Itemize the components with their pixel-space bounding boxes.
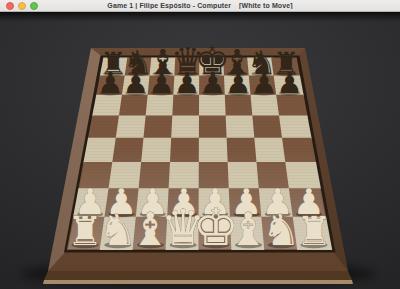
frame-front-face — [44, 271, 352, 280]
game-title: Game 1 | Filipe Espósito - Computer — [107, 2, 231, 9]
piece-black-pawn[interactable]: ♟ — [97, 66, 123, 100]
piece-black-pawn[interactable]: ♟ — [148, 66, 174, 100]
piece-black-pawn[interactable]: ♟ — [277, 66, 303, 100]
piece-black-pawn[interactable]: ♟ — [174, 66, 200, 100]
close-button[interactable] — [6, 2, 14, 10]
piece-black-pawn[interactable]: ♟ — [200, 66, 226, 100]
window-title: Game 1 | Filipe Espósito - Computer[Whit… — [0, 2, 400, 9]
minimize-button[interactable] — [18, 2, 26, 10]
piece-black-pawn[interactable]: ♟ — [225, 66, 251, 100]
piece-white-rook[interactable]: ♜ — [296, 208, 332, 254]
chess-app-window: Game 1 | Filipe Espósito - Computer[Whit… — [0, 0, 400, 289]
piece-black-pawn[interactable]: ♟ — [251, 66, 277, 100]
chess-board[interactable]: ♜♞♝♛♚♝♞♜♟♟♟♟♟♟♟♟♟♟♟♟♟♟♟♟♜♞♝♛♚♝♞♜ — [0, 0, 400, 289]
window-titlebar: Game 1 | Filipe Espósito - Computer[Whit… — [0, 0, 400, 12]
frame-front-rim — [43, 280, 353, 284]
chess-board-canvas[interactable]: ♜♞♝♛♚♝♞♜♟♟♟♟♟♟♟♟♟♟♟♟♟♟♟♟♜♞♝♛♚♝♞♜ — [0, 0, 400, 289]
piece-white-knight[interactable]: ♞ — [262, 205, 301, 255]
piece-black-pawn[interactable]: ♟ — [123, 66, 149, 100]
turn-status: [White to Move] — [239, 2, 293, 9]
traffic-lights — [6, 0, 38, 11]
zoom-button[interactable] — [30, 2, 38, 10]
